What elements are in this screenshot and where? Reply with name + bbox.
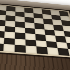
board-square bbox=[26, 46, 37, 54]
board-square bbox=[3, 44, 14, 52]
photo-background bbox=[0, 0, 70, 70]
chessboard bbox=[0, 0, 70, 70]
board-square bbox=[15, 45, 26, 53]
board-grid bbox=[0, 4, 70, 58]
